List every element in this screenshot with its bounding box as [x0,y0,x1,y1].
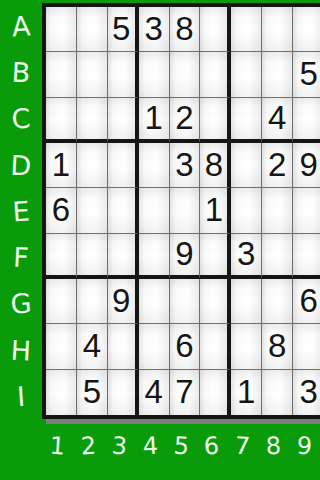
col-label-3: 3 [103,427,136,465]
cell-D7[interactable] [231,143,262,188]
cell-H5[interactable]: 6 [170,324,201,369]
cell-A8[interactable] [262,7,293,52]
cell-C2[interactable] [77,98,108,143]
cell-C5[interactable]: 2 [170,98,201,143]
row-label-I: I [0,371,44,420]
cell-D2[interactable] [77,143,108,188]
cell-B4[interactable] [139,52,170,97]
row-labels: ABCDEFGHI [0,3,42,419]
col-label-6: 6 [196,427,229,465]
cell-I9[interactable]: 3 [293,370,320,415]
cell-G1[interactable] [46,279,77,324]
cell-D1[interactable]: 1 [46,143,77,188]
cell-A1[interactable] [46,7,77,52]
cell-H6[interactable] [200,324,231,369]
cell-F2[interactable] [77,234,108,279]
cell-G2[interactable] [77,279,108,324]
row-label-B: B [0,48,43,96]
cell-H2[interactable]: 4 [77,324,108,369]
col-label-7: 7 [226,427,259,465]
col-label-2: 2 [72,427,105,465]
cell-I8[interactable] [262,370,293,415]
cell-H8[interactable]: 8 [262,324,293,369]
cell-I2[interactable]: 5 [77,370,108,415]
cell-E2[interactable] [77,188,108,233]
cell-B5[interactable] [170,52,201,97]
cell-F3[interactable] [108,234,139,279]
cell-E7[interactable] [231,188,262,233]
cell-C7[interactable] [231,98,262,143]
cell-G3[interactable]: 9 [108,279,139,324]
cell-C8[interactable]: 4 [262,98,293,143]
row-label-D: D [0,141,43,189]
cell-G5[interactable] [170,279,201,324]
cell-B2[interactable] [77,52,108,97]
col-label-9: 9 [288,427,320,465]
cell-F4[interactable] [139,234,170,279]
row-label-F: F [0,233,43,281]
cell-C3[interactable] [108,98,139,143]
row-label-H: H [0,325,43,373]
col-label-4: 4 [134,427,167,465]
cell-D4[interactable] [139,143,170,188]
cell-A6[interactable] [200,7,231,52]
cell-H7[interactable] [231,324,262,369]
cell-C1[interactable] [46,98,77,143]
cell-C9[interactable] [293,98,320,143]
cell-H3[interactable] [108,324,139,369]
cell-H1[interactable] [46,324,77,369]
cell-I5[interactable]: 7 [170,370,201,415]
board-shadow [46,419,320,424]
cell-A5[interactable]: 8 [170,7,201,52]
cell-D5[interactable]: 3 [170,143,201,188]
cell-H9[interactable] [293,324,320,369]
row-label-E: E [0,186,44,235]
cell-F5[interactable]: 9 [170,234,201,279]
cell-E1[interactable]: 6 [46,188,77,233]
cell-G9[interactable]: 6 [293,279,320,324]
cell-E5[interactable] [170,188,201,233]
col-label-5: 5 [164,427,197,465]
cell-E4[interactable] [139,188,170,233]
cell-D9[interactable]: 9 [293,143,320,188]
row-label-G: G [0,279,44,328]
cell-D3[interactable] [108,143,139,188]
cell-E9[interactable] [293,188,320,233]
cell-C4[interactable]: 1 [139,98,170,143]
col-label-1: 1 [41,427,74,465]
cell-F8[interactable] [262,234,293,279]
cell-E6[interactable]: 1 [200,188,231,233]
cell-F9[interactable] [293,234,320,279]
cell-F6[interactable] [200,234,231,279]
cell-G8[interactable] [262,279,293,324]
row-label-C: C [0,94,44,143]
cell-I7[interactable]: 1 [231,370,262,415]
cell-B1[interactable] [46,52,77,97]
cell-G4[interactable] [139,279,170,324]
row-label-A: A [0,2,44,51]
sudoku-board: 53851241382961939646854713 [42,3,320,419]
cell-A9[interactable] [293,7,320,52]
col-labels: 123456789 [42,428,320,464]
cell-B7[interactable] [231,52,262,97]
cell-F7[interactable]: 3 [231,234,262,279]
cell-I1[interactable] [46,370,77,415]
cell-A2[interactable] [77,7,108,52]
cell-G7[interactable] [231,279,262,324]
cell-B9[interactable]: 5 [293,52,320,97]
cell-H4[interactable] [139,324,170,369]
cell-C6[interactable] [200,98,231,143]
cell-F1[interactable] [46,234,77,279]
cell-I3[interactable] [108,370,139,415]
cell-D6[interactable]: 8 [200,143,231,188]
cell-A4[interactable]: 3 [139,7,170,52]
cell-A7[interactable] [231,7,262,52]
col-label-8: 8 [257,427,290,465]
cell-D8[interactable]: 2 [262,143,293,188]
cell-E3[interactable] [108,188,139,233]
sudoku-screen: ABCDEFGHI 53851241382961939646854713 123… [0,0,320,480]
cell-A3[interactable]: 5 [108,7,139,52]
cell-E8[interactable] [262,188,293,233]
cell-G6[interactable] [200,279,231,324]
cell-B3[interactable] [108,52,139,97]
cell-B8[interactable] [262,52,293,97]
cell-I4[interactable]: 4 [139,370,170,415]
cell-B6[interactable] [200,52,231,97]
cell-I6[interactable] [200,370,231,415]
